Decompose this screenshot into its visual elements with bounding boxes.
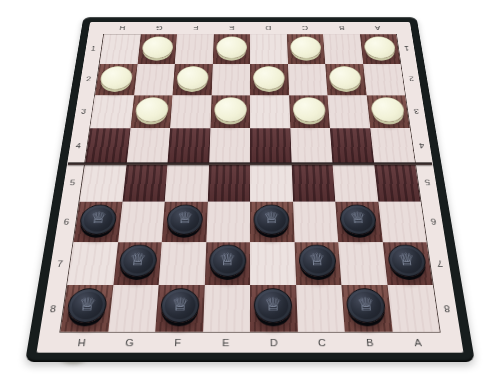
square-b2[interactable] [325,64,366,95]
crown-emboss-icon: ♕ [308,252,326,269]
square-d2[interactable] [250,64,289,95]
file-label-top-c: C [286,22,323,34]
piece-black-g7[interactable]: ♕ [118,245,158,277]
label-spacer [395,22,412,34]
piece-black-d6[interactable]: ♕ [254,204,290,234]
square-d8[interactable]: ♕ [250,285,297,331]
square-c7[interactable]: ♕ [294,242,341,285]
square-e1[interactable] [212,34,250,63]
square-g7[interactable]: ♕ [113,242,162,285]
piece-white-c3[interactable] [292,97,326,122]
crown-emboss-icon: ♕ [89,211,108,227]
square-d6[interactable]: ♕ [250,202,294,242]
piece-white-g1[interactable] [141,36,174,58]
square-a8[interactable] [387,285,439,331]
square-d5[interactable] [250,164,293,202]
piece-white-b2[interactable] [329,66,363,89]
square-g1[interactable] [137,34,177,63]
square-h1[interactable] [100,34,141,63]
piece-white-h2[interactable] [99,66,133,89]
square-h3[interactable] [90,95,134,128]
file-label-bottom-f: F [153,333,202,353]
crown-emboss-icon: ♕ [264,296,282,314]
file-label-bottom-d: D [250,333,298,353]
file-label-top-f: F [177,22,214,34]
piece-white-e3[interactable] [214,97,247,122]
file-label-bottom-c: C [298,333,347,353]
files-bottom: HGFEDCBA [37,333,464,353]
checkers-board: HGFEDCBA 12345678 ♕♕♕♕♕♕♕♕♕♕♕♕ 12345678 … [25,17,475,362]
square-g2[interactable] [134,64,175,95]
square-g5[interactable] [122,164,167,202]
square-e8[interactable] [203,285,250,331]
square-b3[interactable] [327,95,369,128]
square-b4[interactable] [330,128,374,163]
rank-label-right-1: 1 [397,34,417,64]
square-b7[interactable] [338,242,387,285]
square-g3[interactable] [130,95,172,128]
piece-black-h8[interactable]: ♕ [66,288,109,322]
file-label-top-a: A [359,22,397,34]
piece-white-g3[interactable] [134,97,169,122]
square-f4[interactable] [167,128,210,163]
crown-emboss-icon: ♕ [356,296,376,314]
square-a3[interactable] [366,95,410,128]
square-g6[interactable] [118,202,165,242]
square-h6[interactable]: ♕ [74,202,123,242]
square-h2[interactable] [95,64,137,95]
board-middle: 12345678 ♕♕♕♕♕♕♕♕♕♕♕♕ 12345678 [40,34,460,333]
file-label-top-g: G [140,22,178,34]
square-f3[interactable] [170,95,211,128]
piece-black-h6[interactable]: ♕ [79,204,119,234]
file-label-bottom-b: B [345,333,395,353]
label-spacer [441,333,464,353]
square-f8[interactable]: ♕ [155,285,204,331]
square-b1[interactable] [323,34,363,63]
piece-black-b8[interactable]: ♕ [346,288,387,322]
file-label-bottom-e: E [202,333,250,353]
square-c3[interactable] [289,95,330,128]
piece-white-a3[interactable] [370,97,406,122]
square-e7[interactable]: ♕ [204,242,250,285]
square-b6[interactable]: ♕ [335,202,382,242]
board-mat: HGFEDCBA 12345678 ♕♕♕♕♕♕♕♕♕♕♕♕ 12345678 … [37,22,464,352]
square-f5[interactable] [165,164,209,202]
file-label-bottom-g: G [105,333,155,353]
piece-black-f8[interactable]: ♕ [160,288,200,322]
rank-label-right-2: 2 [401,63,422,94]
crown-emboss-icon: ♕ [77,296,97,314]
piece-black-d8[interactable]: ♕ [254,288,293,322]
piece-white-d2[interactable] [253,66,285,89]
file-label-bottom-a: A [393,333,444,353]
crown-emboss-icon: ♕ [397,252,417,269]
square-f2[interactable] [173,64,213,95]
square-a4[interactable] [370,128,415,163]
square-e6[interactable] [206,202,250,242]
square-a2[interactable] [363,64,405,95]
piece-white-a1[interactable] [363,36,396,58]
file-label-top-d: D [250,22,287,34]
photo-background: HGFEDCBA 12345678 ♕♕♕♕♕♕♕♕♕♕♕♕ 12345678 … [0,0,500,378]
piece-white-f2[interactable] [176,66,209,89]
square-f1[interactable] [175,34,214,63]
files-top: HGFEDCBA [88,22,412,34]
square-h8[interactable]: ♕ [60,285,112,331]
file-label-bottom-h: H [56,333,107,353]
square-h7[interactable] [67,242,117,285]
square-c6[interactable] [293,202,339,242]
square-a7[interactable]: ♕ [382,242,432,285]
square-c1[interactable] [287,34,326,63]
square-d1[interactable] [250,34,288,63]
hinge-line [68,162,433,165]
square-d7[interactable] [250,242,296,285]
piece-white-c1[interactable] [290,36,322,58]
piece-black-c7[interactable]: ♕ [298,245,337,277]
square-h4[interactable] [85,128,130,163]
square-g4[interactable] [126,128,170,163]
square-f7[interactable] [159,242,206,285]
square-a1[interactable] [360,34,401,63]
square-e4[interactable] [209,128,250,163]
square-c2[interactable] [288,64,328,95]
square-b8[interactable]: ♕ [341,285,392,331]
crown-emboss-icon: ♕ [176,211,194,227]
file-label-top-b: B [323,22,361,34]
square-g8[interactable] [108,285,159,331]
square-c4[interactable] [290,128,333,163]
square-a6[interactable] [378,202,427,242]
crown-emboss-icon: ♕ [129,252,148,269]
rank-label-right-3: 3 [406,95,427,128]
piece-white-e1[interactable] [216,36,247,58]
square-c5[interactable] [291,164,335,202]
square-a5[interactable] [374,164,421,202]
file-label-top-e: E [213,22,250,34]
board-frame: HGFEDCBA 12345678 ♕♕♕♕♕♕♕♕♕♕♕♕ 12345678 … [25,17,475,362]
square-e2[interactable] [211,64,250,95]
square-e3[interactable] [210,95,250,128]
crown-emboss-icon: ♕ [171,296,190,314]
piece-black-a7[interactable]: ♕ [387,245,428,277]
piece-black-f6[interactable]: ♕ [166,204,203,234]
file-label-top-h: H [103,22,141,34]
piece-black-b6[interactable]: ♕ [339,204,377,234]
square-f6[interactable]: ♕ [162,202,208,242]
board-grid: ♕♕♕♕♕♕♕♕♕♕♕♕ [59,34,440,333]
square-c8[interactable] [296,285,345,331]
crown-emboss-icon: ♕ [263,211,280,227]
crown-emboss-icon: ♕ [219,252,237,269]
crown-emboss-icon: ♕ [349,211,367,227]
square-e5[interactable] [207,164,250,202]
square-d4[interactable] [250,128,291,163]
piece-black-e7[interactable]: ♕ [209,245,247,277]
square-b5[interactable] [333,164,378,202]
square-h5[interactable] [79,164,126,202]
square-d3[interactable] [250,95,290,128]
